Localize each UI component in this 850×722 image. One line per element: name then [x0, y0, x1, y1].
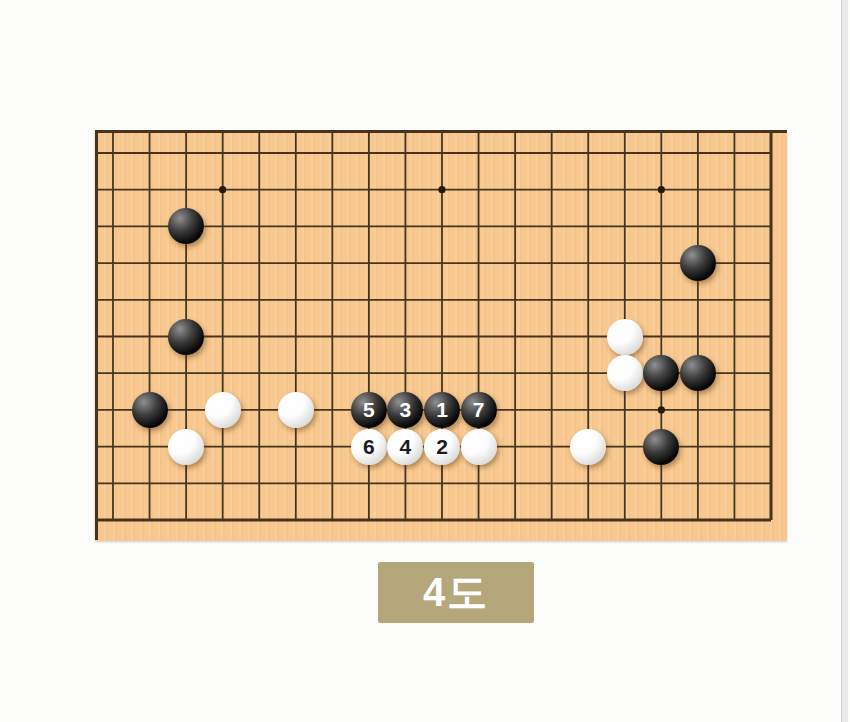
go-stone-white-move-2: 2 — [424, 429, 460, 465]
star-point — [219, 186, 226, 193]
go-stone-black — [643, 355, 679, 391]
move-number: 5 — [363, 399, 375, 420]
go-stone-white — [607, 319, 643, 355]
go-stone-black-move-3: 3 — [387, 392, 423, 428]
move-number: 1 — [436, 399, 448, 420]
move-number: 7 — [473, 399, 485, 420]
go-stone-black — [680, 355, 716, 391]
star-point — [658, 186, 665, 193]
move-number: 2 — [436, 436, 448, 457]
go-stone-white — [570, 429, 606, 465]
go-stone-black — [168, 208, 204, 244]
go-stone-white-move-4: 4 — [387, 429, 423, 465]
diagram-caption: 4도 — [378, 562, 534, 623]
go-stone-white — [205, 392, 241, 428]
go-stone-white — [461, 429, 497, 465]
go-stone-white-move-6: 6 — [351, 429, 387, 465]
go-stone-black-move-1: 1 — [424, 392, 460, 428]
go-stone-white — [278, 392, 314, 428]
star-point — [658, 406, 665, 413]
move-number: 3 — [400, 399, 412, 420]
go-board: 5317642 — [95, 130, 787, 540]
go-stone-black-move-7: 7 — [461, 392, 497, 428]
move-number: 4 — [400, 436, 412, 457]
go-stone-white — [607, 355, 643, 391]
go-stone-black — [680, 245, 716, 281]
star-point — [438, 186, 445, 193]
go-stone-white — [168, 429, 204, 465]
go-stone-black — [643, 429, 679, 465]
go-stone-black-move-5: 5 — [351, 392, 387, 428]
go-stone-black — [132, 392, 168, 428]
go-stone-black — [168, 319, 204, 355]
move-number: 6 — [363, 436, 375, 457]
scrollbar-track[interactable] — [841, 0, 848, 722]
